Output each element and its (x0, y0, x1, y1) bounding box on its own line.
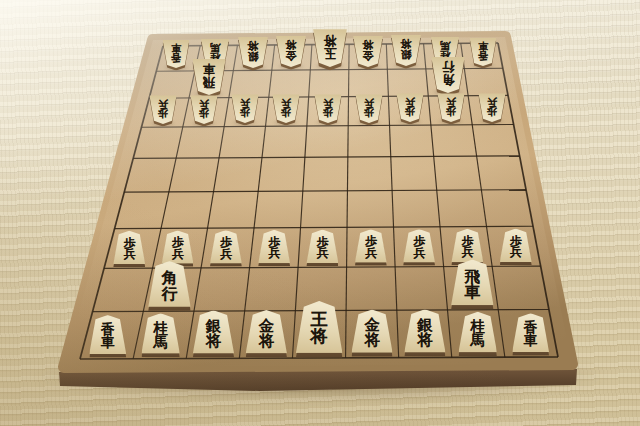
piece-kanji: 将 (259, 333, 274, 348)
piece-2c-pawn-gote: 歩兵 (438, 93, 465, 122)
piece-3a-silver-gote: 銀将 (391, 35, 421, 66)
piece-kanji: 車 (478, 41, 488, 51)
piece-face: 歩兵 (355, 229, 387, 262)
piece-face: 歩兵 (162, 230, 194, 263)
piece-face: 飛車 (193, 59, 226, 95)
piece-face: 金将 (246, 310, 287, 353)
piece-kanji: 将 (417, 333, 432, 348)
piece-7a-silver-gote: 銀将 (238, 36, 268, 67)
piece-kanji: 兵 (461, 247, 473, 259)
piece-6i-gold-sente: 金将 (246, 310, 287, 353)
piece-face: 桂馬 (141, 313, 180, 354)
piece-3i-silver-sente: 銀将 (404, 309, 445, 352)
piece-8h-bishop-sente: 角行 (148, 261, 190, 307)
piece-8g-pawn-sente: 歩兵 (162, 230, 194, 263)
piece-kanji: 将 (247, 40, 258, 51)
piece-1g-pawn-sente: 歩兵 (500, 229, 532, 262)
piece-face: 金将 (351, 310, 392, 353)
piece-kanji: 香 (478, 51, 488, 61)
piece-7i-silver-sente: 銀将 (193, 310, 234, 353)
piece-kanji: 馬 (209, 42, 219, 52)
piece-kanji: 車 (171, 43, 181, 53)
piece-face: 歩兵 (314, 94, 341, 123)
piece-kanji: 兵 (268, 248, 280, 260)
piece-kanji: 飛 (464, 269, 480, 284)
piece-kanji: 将 (206, 334, 221, 349)
piece-3c-pawn-gote: 歩兵 (396, 94, 423, 123)
piece-kanji: 香 (171, 53, 181, 63)
piece-face: 歩兵 (258, 230, 290, 263)
piece-face: 王将 (296, 301, 343, 353)
piece-9a-lance-gote: 香車 (163, 40, 190, 68)
piece-4a-gold-gote: 金将 (353, 35, 383, 66)
piece-1c-pawn-gote: 歩兵 (479, 93, 506, 122)
piece-kanji: 車 (464, 284, 480, 299)
piece-kanji: 銀 (247, 51, 258, 62)
piece-kanji: 兵 (364, 97, 374, 107)
piece-kanji: 飛 (203, 75, 215, 87)
piece-face: 銀将 (193, 310, 234, 353)
piece-3g-pawn-sente: 歩兵 (403, 229, 435, 262)
piece-kanji: 兵 (158, 99, 168, 109)
piece-7c-pawn-gote: 歩兵 (232, 95, 259, 124)
piece-face: 歩兵 (273, 95, 300, 124)
piece-kanji: 歩 (281, 108, 291, 118)
piece-face: 歩兵 (307, 230, 339, 263)
piece-kanji: 金 (286, 50, 297, 61)
piece-kanji: 兵 (323, 98, 333, 108)
piece-kanji: 金 (363, 50, 374, 61)
piece-face: 歩兵 (403, 229, 435, 262)
piece-kanji: 兵 (281, 98, 291, 108)
piece-kanji: 将 (401, 39, 412, 50)
piece-kanji: 兵 (487, 96, 497, 106)
piece-kanji: 兵 (123, 249, 135, 261)
piece-kanji: 将 (311, 329, 328, 346)
piece-kanji: 角 (442, 74, 454, 86)
piece-2g-pawn-sente: 歩兵 (451, 229, 483, 262)
piece-2i-knight-sente: 桂馬 (458, 312, 497, 353)
piece-kanji: 兵 (317, 248, 329, 260)
piece-kanji: 兵 (172, 249, 184, 261)
piece-4i-gold-sente: 金将 (351, 310, 392, 353)
piece-kanji: 将 (364, 333, 379, 348)
piece-5c-pawn-gote: 歩兵 (314, 94, 341, 123)
piece-face: 飛車 (451, 260, 493, 306)
piece-kanji: 兵 (220, 248, 232, 260)
piece-2b-bishop-gote: 角行 (431, 57, 464, 93)
piece-kanji: 歩 (405, 107, 415, 117)
piece-kanji: 兵 (365, 248, 377, 260)
piece-kanji: 兵 (413, 247, 425, 259)
piece-kanji: 兵 (446, 97, 456, 107)
piece-1a-lance-gote: 香車 (470, 38, 497, 66)
piece-kanji: 歩 (240, 108, 250, 118)
photo-shogi-scene: 香車桂馬銀将金将玉将金将銀将桂馬香車飛車角行歩兵歩兵歩兵歩兵歩兵歩兵歩兵歩兵歩兵… (0, 0, 640, 426)
piece-face: 歩兵 (500, 229, 532, 262)
piece-face: 歩兵 (210, 230, 242, 263)
piece-kanji: 兵 (199, 98, 209, 108)
piece-9c-pawn-gote: 歩兵 (149, 96, 176, 125)
piece-kanji: 桂 (153, 321, 167, 335)
piece-kanji: 馬 (153, 335, 167, 349)
piece-face: 歩兵 (113, 231, 145, 264)
piece-6a-gold-gote: 金将 (276, 36, 306, 67)
piece-face: 香車 (89, 315, 126, 354)
piece-kanji: 行 (162, 286, 178, 301)
piece-kanji: 将 (323, 34, 335, 46)
piece-kanji: 兵 (405, 97, 415, 107)
piece-face: 角行 (148, 261, 190, 307)
piece-kanji: 車 (203, 63, 215, 75)
piece-kanji: 角 (162, 270, 178, 285)
piece-kanji: 車 (101, 336, 115, 349)
piece-face: 歩兵 (479, 93, 506, 122)
piece-4g-pawn-sente: 歩兵 (355, 229, 387, 262)
piece-9g-pawn-sente: 歩兵 (113, 231, 145, 264)
piece-8c-pawn-gote: 歩兵 (190, 95, 217, 124)
piece-face: 香車 (512, 313, 549, 352)
piece-face: 桂馬 (458, 312, 497, 353)
piece-8b-rook-gote: 飛車 (193, 59, 226, 95)
piece-kanji: 馬 (440, 40, 450, 50)
piece-kanji: 馬 (471, 334, 485, 348)
piece-5g-pawn-sente: 歩兵 (307, 230, 339, 263)
piece-kanji: 玉 (323, 47, 335, 59)
piece-kanji: 将 (286, 40, 297, 51)
piece-8i-knight-sente: 桂馬 (141, 313, 180, 354)
piece-kanji: 行 (442, 61, 454, 73)
piece-6c-pawn-gote: 歩兵 (273, 95, 300, 124)
piece-kanji: 銀 (401, 49, 412, 60)
piece-kanji: 将 (363, 39, 374, 50)
piece-kanji: 兵 (510, 247, 522, 259)
piece-face: 銀将 (404, 309, 445, 352)
piece-6g-pawn-sente: 歩兵 (258, 230, 290, 263)
piece-4c-pawn-gote: 歩兵 (355, 94, 382, 123)
piece-5a-king-gote: 玉将 (313, 29, 347, 67)
piece-kanji: 歩 (158, 109, 168, 119)
pieces-layer: 香車桂馬銀将金将玉将金将銀将桂馬香車飛車角行歩兵歩兵歩兵歩兵歩兵歩兵歩兵歩兵歩兵… (0, 0, 640, 426)
piece-kanji: 車 (524, 334, 538, 347)
piece-face: 歩兵 (451, 229, 483, 262)
piece-7g-pawn-sente: 歩兵 (210, 230, 242, 263)
piece-kanji: 桂 (471, 320, 485, 334)
piece-kanji: 兵 (240, 98, 250, 108)
piece-5i-king-sente: 王将 (296, 301, 343, 353)
piece-9i-lance-sente: 香車 (89, 315, 126, 354)
piece-1i-lance-sente: 香車 (512, 313, 549, 352)
piece-2h-rook-sente: 飛車 (451, 260, 493, 306)
